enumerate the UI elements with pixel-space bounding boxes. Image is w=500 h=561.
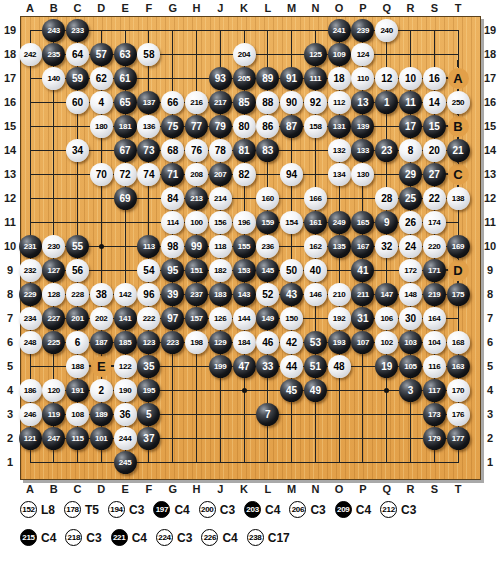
caption-row-2: 215C4218C3221C4224C3226C4238C17 (20, 529, 299, 546)
caption-location: C4 (132, 531, 147, 545)
caption-stone-white-226: 226 (201, 529, 218, 546)
coord-bottom-G: G (168, 483, 177, 495)
go-stone-black-95: 95 (161, 259, 184, 282)
go-stone-black-109: 109 (328, 43, 351, 66)
coord-top-H: H (193, 2, 201, 14)
go-stone-black-31: 31 (351, 307, 374, 330)
go-stone-white-104: 104 (423, 331, 446, 354)
go-stone-black-57: 57 (90, 43, 113, 66)
go-stone-white-188: 188 (66, 355, 89, 378)
coord-left-9: 9 (7, 264, 13, 276)
go-stone-black-163: 163 (447, 355, 470, 378)
coord-bottom-P: P (359, 483, 366, 495)
caption-location: C4 (41, 531, 56, 545)
go-stone-white-110: 110 (351, 67, 374, 90)
go-stone-black-239: 239 (351, 19, 374, 42)
go-stone-white-74: 74 (137, 163, 160, 186)
coord-top-G: G (168, 2, 177, 14)
go-stone-white-246: 246 (19, 403, 42, 426)
go-stone-white-36: 36 (114, 403, 137, 426)
go-stone-white-100: 100 (185, 211, 208, 234)
coord-bottom-R: R (407, 483, 415, 495)
caption-entry-221: 221C4 (111, 529, 147, 546)
go-stone-black-87: 87 (280, 115, 303, 138)
go-stone-white-50: 50 (280, 259, 303, 282)
caption-row-1: 152L8178T5194C3197C4200C3203C4206C3209C4… (20, 501, 425, 518)
go-stone-white-102: 102 (375, 331, 398, 354)
go-stone-white-166: 166 (304, 187, 327, 210)
go-stone-black-5: 5 (137, 403, 160, 426)
go-stone-black-141: 141 (114, 307, 137, 330)
go-stone-white-58: 58 (137, 43, 160, 66)
go-stone-white-10: 10 (399, 67, 422, 90)
go-stone-white-174: 174 (423, 211, 446, 234)
caption-stone-white-238: 238 (247, 529, 264, 546)
go-stone-white-32: 32 (375, 235, 398, 258)
go-stone-black-219: 219 (423, 283, 446, 306)
go-stone-black-169: 169 (447, 235, 470, 258)
go-stone-white-214: 214 (209, 187, 232, 210)
coord-top-S: S (431, 2, 438, 14)
go-stone-white-156: 156 (209, 211, 232, 234)
go-stone-white-168: 168 (447, 331, 470, 354)
coord-left-19: 19 (4, 24, 16, 36)
go-stone-black-233: 233 (66, 19, 89, 42)
coord-left-10: 10 (4, 240, 16, 252)
caption-location: C3 (86, 531, 101, 545)
go-stone-black-133: 133 (351, 139, 374, 162)
go-stone-black-73: 73 (137, 139, 160, 162)
go-stone-black-75: 75 (161, 115, 184, 138)
go-stone-white-208: 208 (185, 163, 208, 186)
coord-bottom-M: M (287, 483, 296, 495)
go-stone-white-124: 124 (351, 43, 374, 66)
go-stone-white-64: 64 (66, 43, 89, 66)
go-stone-white-236: 236 (256, 235, 279, 258)
coord-bottom-J: J (217, 483, 223, 495)
go-stone-white-204: 204 (233, 43, 256, 66)
go-stone-white-132: 132 (328, 139, 351, 162)
go-stone-black-137: 137 (137, 91, 160, 114)
caption-entry-178: 178T5 (64, 501, 99, 518)
go-stone-white-154: 154 (280, 211, 303, 234)
coord-bottom-Q: Q (382, 483, 391, 495)
coord-bottom-C: C (74, 483, 82, 495)
coord-bottom-E: E (121, 483, 128, 495)
board-label-D: D (448, 260, 469, 281)
caption-location: C3 (129, 503, 144, 517)
go-stone-black-231: 231 (19, 235, 42, 258)
coord-bottom-D: D (97, 483, 105, 495)
go-stone-black-83: 83 (256, 139, 279, 162)
go-stone-white-4: 4 (90, 91, 113, 114)
go-stone-white-198: 198 (185, 331, 208, 354)
go-stone-black-229: 229 (19, 283, 42, 306)
go-stone-black-115: 115 (66, 427, 89, 450)
go-stone-white-232: 232 (19, 259, 42, 282)
go-stone-white-112: 112 (328, 91, 351, 114)
go-stone-white-114: 114 (161, 211, 184, 234)
go-stone-black-25: 25 (399, 187, 422, 210)
go-stone-white-130: 130 (351, 163, 374, 186)
label-dash (457, 60, 459, 67)
star-point (384, 388, 389, 393)
coord-left-1: 1 (7, 456, 13, 468)
go-stone-black-79: 79 (209, 115, 232, 138)
go-stone-white-2: 2 (90, 379, 113, 402)
coord-right-16: 16 (484, 96, 496, 108)
go-stone-black-21: 21 (447, 139, 470, 162)
go-stone-white-134: 134 (328, 163, 351, 186)
caption-stone-black-221: 221 (111, 529, 128, 546)
go-stone-white-210: 210 (328, 283, 351, 306)
coord-bottom-F: F (146, 483, 153, 495)
go-stone-black-227: 227 (42, 307, 65, 330)
go-stone-white-136: 136 (137, 115, 160, 138)
go-stone-white-8: 8 (399, 139, 422, 162)
go-stone-white-40: 40 (304, 259, 327, 282)
go-stone-black-149: 149 (256, 307, 279, 330)
coord-bottom-K: K (240, 483, 248, 495)
caption-stone-white-218: 218 (65, 529, 82, 546)
coord-left-7: 7 (7, 312, 13, 324)
go-stone-black-65: 65 (114, 91, 137, 114)
go-stone-white-84: 84 (161, 187, 184, 210)
go-stone-white-240: 240 (375, 19, 398, 42)
coord-left-15: 15 (4, 120, 16, 132)
go-stone-white-18: 18 (328, 67, 351, 90)
go-stone-white-66: 66 (161, 91, 184, 114)
coord-top-L: L (264, 2, 271, 14)
go-stone-black-189: 189 (90, 403, 113, 426)
go-stone-black-103: 103 (399, 331, 422, 354)
go-stone-black-205: 205 (233, 67, 256, 90)
go-stone-black-45: 45 (280, 379, 303, 402)
go-stone-black-51: 51 (304, 355, 327, 378)
coord-top-M: M (287, 2, 296, 14)
caption-entry-206: 206C3 (289, 501, 325, 518)
star-point (99, 244, 104, 249)
go-stone-black-61: 61 (114, 67, 137, 90)
go-stone-black-237: 237 (185, 283, 208, 306)
go-stone-white-24: 24 (399, 235, 422, 258)
go-stone-black-19: 19 (375, 355, 398, 378)
go-stone-black-191: 191 (66, 379, 89, 402)
caption-stone-white-200: 200 (199, 501, 216, 518)
go-stone-white-62: 62 (90, 67, 113, 90)
go-stone-black-107: 107 (351, 331, 374, 354)
go-stone-black-67: 67 (114, 139, 137, 162)
go-stone-black-93: 93 (209, 67, 232, 90)
go-stone-black-113: 113 (137, 235, 160, 258)
go-stone-black-199: 199 (209, 355, 232, 378)
caption-entry-215: 215C4 (20, 529, 56, 546)
go-stone-white-116: 116 (423, 355, 446, 378)
go-stone-black-171: 171 (423, 259, 446, 282)
go-stone-black-55: 55 (66, 235, 89, 258)
go-stone-black-161: 161 (304, 211, 327, 234)
go-stone-black-41: 41 (351, 259, 374, 282)
coord-right-10: 10 (484, 240, 496, 252)
go-stone-black-71: 71 (161, 163, 184, 186)
go-stone-black-177: 177 (447, 427, 470, 450)
coord-left-18: 18 (4, 48, 16, 60)
go-stone-white-38: 38 (90, 283, 113, 306)
go-stone-white-52: 52 (256, 283, 279, 306)
go-stone-black-193: 193 (328, 331, 351, 354)
caption-stone-black-215: 215 (20, 529, 37, 546)
coord-bottom-N: N (311, 483, 319, 495)
go-stone-white-34: 34 (66, 139, 89, 162)
go-stone-black-181: 181 (114, 115, 137, 138)
go-stone-white-182: 182 (209, 259, 232, 282)
caption-entry-209: 209C4 (335, 501, 371, 518)
go-stone-white-108: 108 (66, 403, 89, 426)
coord-top-P: P (359, 2, 366, 14)
caption-entry-238: 238C17 (247, 529, 290, 546)
go-stone-black-77: 77 (185, 115, 208, 138)
go-stone-black-173: 173 (423, 403, 446, 426)
go-stone-white-22: 22 (423, 187, 446, 210)
coord-left-5: 5 (7, 360, 13, 372)
go-stone-white-138: 138 (447, 187, 470, 210)
caption-location: C3 (177, 531, 192, 545)
go-stone-white-142: 142 (114, 283, 137, 306)
coord-left-2: 2 (7, 432, 13, 444)
go-stone-white-86: 86 (256, 115, 279, 138)
caption-entry-226: 226C4 (201, 529, 237, 546)
go-stone-black-89: 89 (256, 67, 279, 90)
go-stone-white-28: 28 (375, 187, 398, 210)
go-stone-white-128: 128 (42, 283, 65, 306)
go-stone-black-7: 7 (256, 403, 279, 426)
coord-left-4: 4 (7, 384, 13, 396)
go-stone-white-16: 16 (423, 67, 446, 90)
go-stone-black-29: 29 (399, 163, 422, 186)
go-stone-black-53: 53 (304, 331, 327, 354)
go-stone-black-97: 97 (161, 307, 184, 330)
coord-bottom-T: T (455, 483, 462, 495)
go-stone-white-126: 126 (209, 307, 232, 330)
coord-right-7: 7 (487, 312, 493, 324)
go-stone-white-42: 42 (280, 331, 303, 354)
go-stone-black-249: 249 (328, 211, 351, 234)
go-stone-white-180: 180 (90, 115, 113, 138)
go-stone-black-123: 123 (137, 331, 160, 354)
caption-stone-black-203: 203 (244, 501, 261, 518)
caption-stone-black-209: 209 (335, 501, 352, 518)
go-stone-black-235: 235 (42, 43, 65, 66)
coord-right-8: 8 (487, 288, 493, 300)
go-stone-white-190: 190 (114, 379, 137, 402)
go-stone-white-48: 48 (328, 355, 351, 378)
go-stone-white-46: 46 (256, 331, 279, 354)
go-stone-black-105: 105 (399, 355, 422, 378)
caption-stone-white-152: 152 (20, 501, 37, 518)
go-stone-white-90: 90 (280, 91, 303, 114)
coord-right-6: 6 (487, 336, 493, 348)
go-stone-white-20: 20 (423, 139, 446, 162)
go-stone-white-70: 70 (90, 163, 113, 186)
go-stone-black-63: 63 (114, 43, 137, 66)
board-label-B: B (448, 116, 469, 137)
coord-top-B: B (50, 2, 58, 14)
go-stone-white-78: 78 (209, 139, 232, 162)
go-stone-white-172: 172 (399, 259, 422, 282)
go-stone-black-35: 35 (137, 355, 160, 378)
go-stone-black-179: 179 (423, 427, 446, 450)
go-stone-white-120: 120 (42, 379, 65, 402)
go-stone-black-39: 39 (161, 283, 184, 306)
coord-left-14: 14 (4, 144, 16, 156)
go-stone-black-135: 135 (328, 235, 351, 258)
coord-bottom-S: S (431, 483, 438, 495)
go-stone-black-217: 217 (209, 91, 232, 114)
go-stone-black-157: 157 (185, 307, 208, 330)
go-stone-white-92: 92 (304, 91, 327, 114)
go-stone-black-223: 223 (161, 331, 184, 354)
coord-right-14: 14 (484, 144, 496, 156)
coord-left-8: 8 (7, 288, 13, 300)
go-stone-black-17: 17 (399, 115, 422, 138)
go-stone-black-37: 37 (137, 427, 160, 450)
coord-right-1: 1 (487, 456, 493, 468)
caption-entry-212: 212C3 (380, 501, 416, 518)
coord-left-6: 6 (7, 336, 13, 348)
go-stone-black-49: 49 (304, 379, 327, 402)
coord-top-O: O (335, 2, 344, 14)
caption-stone-white-212: 212 (380, 501, 397, 518)
coord-top-A: A (26, 2, 34, 14)
board-label-E: E (91, 356, 112, 377)
coord-bottom-O: O (335, 483, 344, 495)
go-stone-white-196: 196 (233, 211, 256, 234)
caption-location: C4 (265, 503, 280, 517)
go-stone-black-59: 59 (66, 67, 89, 90)
caption-entry-197: 197C4 (153, 501, 189, 518)
go-stone-black-81: 81 (233, 139, 256, 162)
go-stone-white-96: 96 (137, 283, 160, 306)
caption-stone-black-197: 197 (153, 501, 170, 518)
coord-right-13: 13 (484, 168, 496, 180)
caption-location: C4 (174, 503, 189, 517)
caption-entry-194: 194C3 (108, 501, 144, 518)
go-stone-black-153: 153 (233, 259, 256, 282)
go-stone-white-118: 118 (209, 235, 232, 258)
go-stone-white-88: 88 (256, 91, 279, 114)
caption-location: C3 (310, 503, 325, 517)
go-stone-white-164: 164 (423, 307, 446, 330)
go-stone-white-106: 106 (375, 307, 398, 330)
go-stone-black-85: 85 (233, 91, 256, 114)
go-stone-white-216: 216 (185, 91, 208, 114)
go-stone-white-144: 144 (233, 307, 256, 330)
coord-right-4: 4 (487, 384, 493, 396)
coord-right-12: 12 (484, 192, 496, 204)
go-stone-black-3: 3 (399, 379, 422, 402)
caption-location: C4 (356, 503, 371, 517)
go-stone-white-162: 162 (304, 235, 327, 258)
coord-right-3: 3 (487, 408, 493, 420)
go-stone-white-54: 54 (137, 259, 160, 282)
coord-right-15: 15 (484, 120, 496, 132)
coord-bottom-B: B (50, 483, 58, 495)
go-stone-white-6: 6 (66, 331, 89, 354)
coord-bottom-L: L (264, 483, 271, 495)
go-stone-black-43: 43 (280, 283, 303, 306)
go-stone-white-176: 176 (447, 403, 470, 426)
go-stone-white-94: 94 (280, 163, 303, 186)
go-stone-white-158: 158 (304, 115, 327, 138)
coord-top-T: T (455, 2, 462, 14)
go-stone-white-170: 170 (447, 379, 470, 402)
go-stone-white-230: 230 (42, 235, 65, 258)
go-stone-black-195: 195 (137, 379, 160, 402)
go-stone-black-147: 147 (375, 283, 398, 306)
go-stone-white-186: 186 (19, 379, 42, 402)
coord-right-18: 18 (484, 48, 496, 60)
go-stone-white-192: 192 (328, 307, 351, 330)
go-stone-black-155: 155 (233, 235, 256, 258)
go-stone-black-117: 117 (423, 379, 446, 402)
go-stone-black-129: 129 (209, 331, 232, 354)
go-stone-white-98: 98 (161, 235, 184, 258)
coord-left-11: 11 (4, 216, 16, 228)
caption-location: C4 (222, 531, 237, 545)
go-stone-white-80: 80 (233, 115, 256, 138)
go-stone-black-245: 245 (114, 451, 137, 474)
go-stone-black-201: 201 (66, 307, 89, 330)
go-stone-black-91: 91 (280, 67, 303, 90)
caption-stone-white-224: 224 (156, 529, 173, 546)
go-stone-white-146: 146 (304, 283, 327, 306)
go-stone-white-72: 72 (114, 163, 137, 186)
go-stone-white-222: 222 (137, 307, 160, 330)
go-stone-black-101: 101 (90, 427, 113, 450)
go-stone-white-26: 26 (399, 211, 422, 234)
go-stone-black-225: 225 (42, 331, 65, 354)
go-stone-white-148: 148 (399, 283, 422, 306)
caption-entry-203: 203C4 (244, 501, 280, 518)
caption-stone-white-194: 194 (108, 501, 125, 518)
coord-bottom-A: A (26, 483, 34, 495)
coord-right-5: 5 (487, 360, 493, 372)
coord-left-3: 3 (7, 408, 13, 420)
go-stone-white-250: 250 (447, 91, 470, 114)
go-stone-black-121: 121 (19, 427, 42, 450)
coord-top-C: C (74, 2, 82, 14)
coord-right-19: 19 (484, 24, 496, 36)
coord-right-11: 11 (484, 216, 496, 228)
go-stone-black-69: 69 (114, 187, 137, 210)
go-stone-black-111: 111 (304, 67, 327, 90)
coord-top-E: E (121, 2, 128, 14)
caption-location: C3 (401, 503, 416, 517)
coord-left-17: 17 (4, 72, 16, 84)
board-label-C: C (448, 164, 469, 185)
go-stone-black-33: 33 (256, 355, 279, 378)
go-stone-black-207: 207 (209, 163, 232, 186)
star-point (242, 388, 247, 393)
go-stone-white-60: 60 (66, 91, 89, 114)
go-stone-black-241: 241 (328, 19, 351, 42)
caption-stone-white-206: 206 (289, 501, 306, 518)
go-stone-white-76: 76 (185, 139, 208, 162)
go-stone-white-242: 242 (19, 43, 42, 66)
go-stone-white-244: 244 (114, 427, 137, 450)
go-stone-black-183: 183 (209, 283, 232, 306)
go-stone-white-68: 68 (161, 139, 184, 162)
